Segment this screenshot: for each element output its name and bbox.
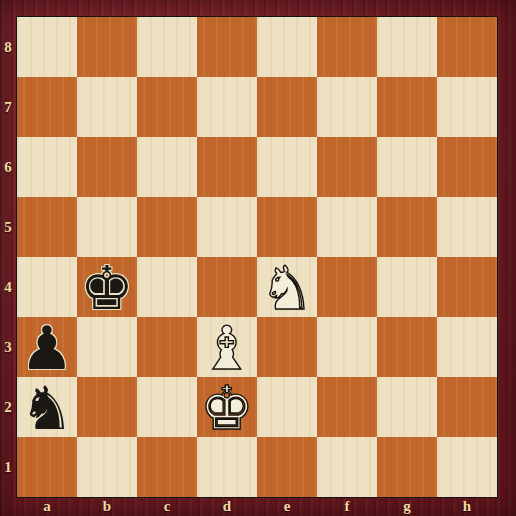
chess-board: ♚♞♟♝♞♚ (17, 17, 497, 497)
square-e5[interactable] (257, 197, 317, 257)
square-g4[interactable] (377, 257, 437, 317)
square-g3[interactable] (377, 317, 437, 377)
square-b5[interactable] (77, 197, 137, 257)
square-h5[interactable] (437, 197, 497, 257)
square-e3[interactable] (257, 317, 317, 377)
square-h6[interactable] (437, 137, 497, 197)
square-h3[interactable] (437, 317, 497, 377)
square-c5[interactable] (137, 197, 197, 257)
square-a8[interactable] (17, 17, 77, 77)
square-f4[interactable] (317, 257, 377, 317)
rank-label-6: 6 (0, 137, 16, 197)
square-g7[interactable] (377, 77, 437, 137)
square-d2[interactable]: ♚ (197, 377, 257, 437)
rank-label-8: 8 (0, 17, 16, 77)
file-label-g: g (377, 497, 437, 516)
square-b1[interactable] (77, 437, 137, 497)
square-c2[interactable] (137, 377, 197, 437)
square-h7[interactable] (437, 77, 497, 137)
chess-frame: ♚♞♟♝♞♚ 87654321 abcdefgh (0, 0, 516, 516)
square-d6[interactable] (197, 137, 257, 197)
square-f6[interactable] (317, 137, 377, 197)
square-b4[interactable]: ♚ (77, 257, 137, 317)
file-label-a: a (17, 497, 77, 516)
square-b2[interactable] (77, 377, 137, 437)
square-a5[interactable] (17, 197, 77, 257)
square-f7[interactable] (317, 77, 377, 137)
square-c4[interactable] (137, 257, 197, 317)
square-g2[interactable] (377, 377, 437, 437)
square-b7[interactable] (77, 77, 137, 137)
square-e2[interactable] (257, 377, 317, 437)
square-a2[interactable]: ♞ (17, 377, 77, 437)
rank-label-5: 5 (0, 197, 16, 257)
black-knight-a2[interactable]: ♞ (17, 378, 77, 438)
square-a1[interactable] (17, 437, 77, 497)
square-e6[interactable] (257, 137, 317, 197)
square-a3[interactable]: ♟ (17, 317, 77, 377)
square-c7[interactable] (137, 77, 197, 137)
square-c6[interactable] (137, 137, 197, 197)
square-d5[interactable] (197, 197, 257, 257)
square-b6[interactable] (77, 137, 137, 197)
square-g8[interactable] (377, 17, 437, 77)
file-label-h: h (437, 497, 497, 516)
square-b3[interactable] (77, 317, 137, 377)
square-e8[interactable] (257, 17, 317, 77)
square-f3[interactable] (317, 317, 377, 377)
square-h8[interactable] (437, 17, 497, 77)
square-h4[interactable] (437, 257, 497, 317)
square-d1[interactable] (197, 437, 257, 497)
square-a4[interactable] (17, 257, 77, 317)
rank-label-2: 2 (0, 377, 16, 437)
square-f2[interactable] (317, 377, 377, 437)
square-e7[interactable] (257, 77, 317, 137)
square-d7[interactable] (197, 77, 257, 137)
square-f5[interactable] (317, 197, 377, 257)
file-label-d: d (197, 497, 257, 516)
square-d8[interactable] (197, 17, 257, 77)
file-label-f: f (317, 497, 377, 516)
file-label-e: e (257, 497, 317, 516)
square-a7[interactable] (17, 77, 77, 137)
rank-label-1: 1 (0, 437, 16, 497)
square-c3[interactable] (137, 317, 197, 377)
file-label-b: b (77, 497, 137, 516)
square-g1[interactable] (377, 437, 437, 497)
square-f8[interactable] (317, 17, 377, 77)
square-e4[interactable]: ♞ (257, 257, 317, 317)
file-label-c: c (137, 497, 197, 516)
square-d4[interactable] (197, 257, 257, 317)
square-f1[interactable] (317, 437, 377, 497)
rank-label-7: 7 (0, 77, 16, 137)
white-king-d2[interactable]: ♚ (197, 378, 257, 438)
square-b8[interactable] (77, 17, 137, 77)
square-h2[interactable] (437, 377, 497, 437)
rank-label-4: 4 (0, 257, 16, 317)
rank-label-3: 3 (0, 317, 16, 377)
square-h1[interactable] (437, 437, 497, 497)
square-a6[interactable] (17, 137, 77, 197)
black-pawn-a3[interactable]: ♟ (17, 318, 77, 378)
square-d3[interactable]: ♝ (197, 317, 257, 377)
square-c8[interactable] (137, 17, 197, 77)
square-c1[interactable] (137, 437, 197, 497)
white-bishop-d3[interactable]: ♝ (197, 318, 257, 378)
square-e1[interactable] (257, 437, 317, 497)
black-king-b4[interactable]: ♚ (77, 258, 137, 318)
square-g6[interactable] (377, 137, 437, 197)
square-g5[interactable] (377, 197, 437, 257)
white-knight-e4[interactable]: ♞ (257, 258, 317, 318)
